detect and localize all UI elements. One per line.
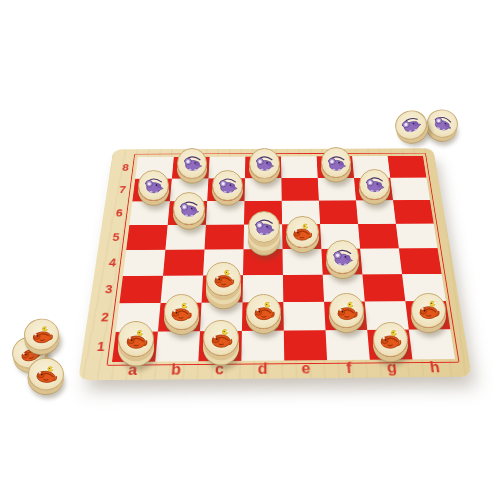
file-label-e: e: [284, 360, 328, 377]
square-h2: [405, 301, 450, 330]
square-h6: [393, 200, 434, 224]
square-c4: [203, 249, 243, 275]
square-g5: [358, 224, 399, 249]
file-label-a: a: [110, 362, 155, 379]
file-label-h: h: [412, 359, 457, 376]
square-a3: [119, 276, 163, 304]
square-g6: [356, 200, 396, 224]
checkers-board: abcdefgh 87654321: [112, 156, 455, 362]
file-label-f: f: [327, 360, 371, 377]
square-d5: [244, 224, 283, 249]
loose-piece-purple-mouse-top-right: [391, 106, 430, 143]
square-c8: [208, 157, 245, 179]
square-c2: [200, 302, 243, 331]
square-f5: [320, 224, 360, 249]
square-a4: [123, 250, 165, 276]
square-a1: [112, 332, 158, 362]
rank-label-2: 2: [94, 303, 115, 332]
square-d3: [242, 275, 283, 302]
loose-piece-purple-mouse-top-right: [424, 106, 461, 141]
square-f1: [326, 330, 370, 360]
square-e1: [284, 330, 327, 360]
square-b6: [168, 201, 208, 225]
square-g8: [352, 156, 390, 178]
square-g3: [362, 274, 405, 301]
purple-mouse-icon: [397, 111, 426, 138]
square-g4: [360, 248, 402, 274]
square-b4: [163, 250, 204, 276]
file-label-d: d: [241, 360, 285, 377]
square-a5: [126, 225, 167, 250]
square-d1: [241, 331, 284, 361]
product-photo-checkers-set: abcdefgh 87654321: [0, 0, 500, 500]
rank-label-7: 7: [113, 179, 132, 202]
square-e6: [282, 201, 320, 225]
square-a7: [132, 179, 172, 202]
board-grid: [112, 156, 455, 362]
square-c3: [202, 275, 243, 302]
square-f8: [317, 156, 354, 178]
square-h3: [402, 274, 446, 301]
square-h4: [399, 248, 442, 274]
file-label-c: c: [197, 361, 241, 378]
square-d2: [242, 302, 284, 331]
square-h5: [396, 224, 438, 249]
rank-label-3: 3: [98, 276, 119, 303]
square-c5: [205, 225, 245, 250]
square-e8: [281, 156, 318, 178]
square-b7: [170, 178, 209, 201]
rank-label-8: 8: [116, 157, 134, 179]
square-c1: [198, 331, 242, 361]
square-d6: [244, 201, 282, 225]
orange-tiger-icon: [27, 321, 55, 347]
square-g2: [365, 301, 409, 330]
square-c7: [207, 178, 245, 201]
square-h7: [390, 178, 430, 201]
square-e5: [282, 224, 321, 249]
square-b5: [165, 225, 205, 250]
square-e3: [283, 275, 324, 302]
square-f6: [319, 200, 358, 224]
rank-label-5: 5: [106, 225, 126, 250]
orange-tiger-icon: [13, 337, 44, 366]
square-f4: [321, 249, 362, 275]
square-a2: [116, 303, 161, 332]
square-c6: [206, 201, 245, 225]
square-d8: [245, 156, 281, 178]
square-b1: [155, 331, 200, 361]
square-g7: [354, 178, 393, 201]
loose-piece-orange-tiger-bottom-left: [8, 332, 50, 372]
square-d7: [244, 178, 281, 201]
square-a8: [135, 157, 174, 179]
purple-mouse-icon: [429, 110, 456, 135]
square-h1: [409, 329, 455, 359]
square-a6: [129, 201, 169, 225]
loose-piece-orange-tiger-bottom-left: [22, 317, 60, 352]
file-label-b: b: [154, 361, 199, 378]
square-d4: [243, 249, 283, 275]
square-b2: [158, 303, 202, 332]
square-f2: [324, 301, 367, 330]
rank-label-6: 6: [110, 201, 129, 225]
square-f3: [323, 274, 365, 301]
square-g1: [367, 330, 412, 360]
orange-tiger-icon: [32, 361, 60, 387]
square-e2: [283, 302, 325, 331]
square-h8: [388, 156, 427, 178]
square-b8: [172, 157, 210, 179]
loose-piece-orange-tiger-bottom-left: [27, 356, 66, 391]
rank-label-4: 4: [102, 250, 122, 276]
square-f7: [318, 178, 356, 201]
square-b3: [161, 275, 204, 302]
square-e7: [281, 178, 319, 201]
square-e4: [282, 249, 322, 275]
file-label-g: g: [370, 359, 415, 376]
